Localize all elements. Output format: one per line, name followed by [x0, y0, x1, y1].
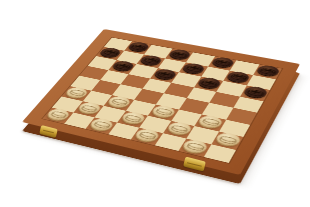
scene: ⛂⛂⛂⛂⛂⛂⛂⛂⛂⛂⛂⛂⛀⛀⛀⛀⛀⛀⛀⛀⛀⛀⛀⛀ [0, 0, 310, 207]
